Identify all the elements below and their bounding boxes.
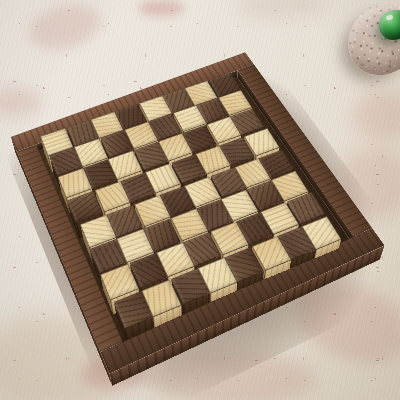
scene-3d [0, 0, 400, 400]
wooden-tray [13, 59, 383, 379]
green-glass-ornament [379, 10, 400, 40]
photo-scene: Overhead angled photograph of a handmade… [0, 0, 400, 400]
